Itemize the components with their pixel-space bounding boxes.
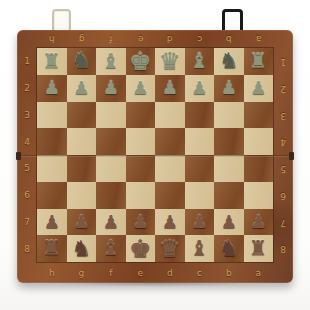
square-a2[interactable]: ♟ — [244, 75, 274, 102]
square-c8[interactable]: ♝ — [185, 235, 215, 262]
hinge-right — [289, 152, 294, 160]
square-e3[interactable] — [126, 102, 156, 129]
piece-white-king-e1[interactable]: ♚ — [129, 49, 151, 74]
square-h4[interactable] — [37, 128, 67, 155]
square-e2[interactable]: ♟ — [126, 75, 156, 102]
piece-black-pawn-h7[interactable]: ♟ — [44, 213, 60, 231]
rank-label-3: 3 — [273, 102, 293, 129]
square-h7[interactable]: ♟ — [37, 209, 67, 236]
file-label-e: e — [126, 30, 156, 48]
square-b7[interactable]: ♟ — [214, 209, 244, 236]
file-label-h: h — [37, 30, 67, 48]
square-h2[interactable]: ♟ — [37, 75, 67, 102]
square-d2[interactable]: ♟ — [155, 75, 185, 102]
square-a5[interactable] — [244, 155, 274, 182]
square-a6[interactable] — [244, 182, 274, 209]
piece-black-pawn-d7[interactable]: ♟ — [162, 213, 178, 231]
square-a7[interactable]: ♟ — [244, 209, 274, 236]
piece-black-knight-b8[interactable]: ♞ — [219, 238, 239, 260]
piece-black-bishop-f8[interactable]: ♝ — [101, 238, 120, 259]
square-h8[interactable]: ♜ — [37, 235, 67, 262]
piece-white-pawn-f2[interactable]: ♟ — [103, 79, 119, 97]
square-c1[interactable]: ♝ — [185, 48, 215, 75]
square-h6[interactable] — [37, 182, 67, 209]
piece-black-pawn-e7[interactable]: ♟ — [132, 213, 148, 231]
rank-label-6: 6 — [273, 182, 293, 209]
square-e1[interactable]: ♚ — [126, 48, 156, 75]
file-label-c: c — [185, 262, 215, 283]
square-g7[interactable]: ♟ — [67, 209, 97, 236]
rank-label-8: 8 — [17, 235, 37, 262]
piece-black-knight-g8[interactable]: ♞ — [71, 238, 91, 260]
piece-black-pawn-c7[interactable]: ♟ — [191, 213, 207, 231]
square-f8[interactable]: ♝ — [96, 235, 126, 262]
file-label-h: h — [37, 262, 67, 283]
piece-white-pawn-d2[interactable]: ♟ — [162, 79, 178, 97]
square-e4[interactable] — [126, 128, 156, 155]
rank-label-4: 4 — [273, 128, 293, 155]
file-label-a: a — [244, 30, 274, 48]
square-c6[interactable] — [185, 182, 215, 209]
square-c3[interactable] — [185, 102, 215, 129]
square-f2[interactable]: ♟ — [96, 75, 126, 102]
square-g1[interactable]: ♞ — [67, 48, 97, 75]
file-label-g: g — [67, 262, 97, 283]
rank-label-8: 8 — [273, 235, 293, 262]
square-d4[interactable] — [155, 128, 185, 155]
file-labels-top: hgfedcba — [37, 30, 273, 48]
file-label-d: d — [155, 30, 185, 48]
file-label-e: e — [126, 262, 156, 283]
square-c2[interactable]: ♟ — [185, 75, 215, 102]
piece-white-knight-g1[interactable]: ♞ — [71, 50, 91, 72]
square-b8[interactable]: ♞ — [214, 235, 244, 262]
square-f6[interactable] — [96, 182, 126, 209]
square-b2[interactable]: ♟ — [214, 75, 244, 102]
rank-label-1: 1 — [17, 48, 37, 75]
piece-white-bishop-c1[interactable]: ♝ — [190, 51, 209, 72]
square-g2[interactable]: ♟ — [67, 75, 97, 102]
square-d6[interactable] — [155, 182, 185, 209]
piece-black-king-e8[interactable]: ♚ — [129, 236, 151, 261]
square-b3[interactable] — [214, 102, 244, 129]
piece-black-pawn-b7[interactable]: ♟ — [221, 213, 237, 231]
file-label-f: f — [96, 30, 126, 48]
square-f1[interactable]: ♝ — [96, 48, 126, 75]
square-b1[interactable]: ♞ — [214, 48, 244, 75]
square-e7[interactable]: ♟ — [126, 209, 156, 236]
rank-label-7: 7 — [17, 209, 37, 236]
rank-label-2: 2 — [17, 75, 37, 102]
square-a8[interactable]: ♜ — [244, 235, 274, 262]
rank-label-3: 3 — [17, 102, 37, 129]
file-label-b: b — [214, 262, 244, 283]
piece-white-pawn-a2[interactable]: ♟ — [250, 79, 266, 97]
rank-label-4: 4 — [17, 128, 37, 155]
square-b4[interactable] — [214, 128, 244, 155]
file-label-b: b — [214, 30, 244, 48]
square-a3[interactable] — [244, 102, 274, 129]
rank-label-7: 7 — [273, 209, 293, 236]
piece-white-rook-h1[interactable]: ♜ — [42, 51, 61, 72]
hinge-left — [16, 152, 21, 160]
piece-black-pawn-f7[interactable]: ♟ — [103, 213, 119, 231]
square-f5[interactable] — [96, 155, 126, 182]
piece-black-pawn-a7[interactable]: ♟ — [250, 213, 266, 231]
file-label-d: d — [155, 262, 185, 283]
playing-area: ♜♞♝♚♛♝♞♜♟♟♟♟♟♟♟♟♟♟♟♟♟♟♟♟♜♞♝♚♛♝♞♜ — [37, 48, 273, 262]
piece-black-rook-h8[interactable]: ♜ — [42, 238, 61, 259]
square-b6[interactable] — [214, 182, 244, 209]
square-f3[interactable] — [96, 102, 126, 129]
square-d1[interactable]: ♛ — [155, 48, 185, 75]
file-label-c: c — [185, 30, 215, 48]
square-h3[interactable] — [37, 102, 67, 129]
piece-white-queen-d1[interactable]: ♛ — [159, 49, 181, 73]
piece-black-pawn-g7[interactable]: ♟ — [73, 213, 89, 231]
piece-white-pawn-h2[interactable]: ♟ — [44, 79, 60, 97]
square-a4[interactable] — [244, 128, 274, 155]
piece-black-queen-d8[interactable]: ♛ — [159, 237, 181, 261]
square-h1[interactable]: ♜ — [37, 48, 67, 75]
square-f7[interactable]: ♟ — [96, 209, 126, 236]
square-d3[interactable] — [155, 102, 185, 129]
piece-white-pawn-e2[interactable]: ♟ — [132, 79, 148, 97]
square-d7[interactable]: ♟ — [155, 209, 185, 236]
piece-white-pawn-g2[interactable]: ♟ — [73, 79, 89, 97]
piece-white-pawn-b2[interactable]: ♟ — [221, 79, 237, 97]
square-a1[interactable]: ♜ — [244, 48, 274, 75]
square-b5[interactable] — [214, 155, 244, 182]
piece-white-bishop-f1[interactable]: ♝ — [101, 51, 120, 72]
square-g5[interactable] — [67, 155, 97, 182]
square-e5[interactable] — [126, 155, 156, 182]
file-label-a: a — [244, 262, 274, 283]
square-e6[interactable] — [126, 182, 156, 209]
rank-label-1: 1 — [273, 48, 293, 75]
file-labels-bottom: hgfedcba — [37, 262, 273, 283]
file-label-g: g — [67, 30, 97, 48]
square-f4[interactable] — [96, 128, 126, 155]
piece-white-rook-a1[interactable]: ♜ — [249, 51, 268, 72]
piece-black-rook-a8[interactable]: ♜ — [249, 238, 268, 259]
file-label-f: f — [96, 262, 126, 283]
square-h5[interactable] — [37, 155, 67, 182]
square-c5[interactable] — [185, 155, 215, 182]
square-e8[interactable]: ♚ — [126, 235, 156, 262]
square-g4[interactable] — [67, 128, 97, 155]
square-c7[interactable]: ♟ — [185, 209, 215, 236]
piece-white-knight-b1[interactable]: ♞ — [219, 50, 239, 72]
square-d5[interactable] — [155, 155, 185, 182]
rank-label-6: 6 — [17, 182, 37, 209]
square-c4[interactable] — [185, 128, 215, 155]
square-g8[interactable]: ♞ — [67, 235, 97, 262]
square-g6[interactable] — [67, 182, 97, 209]
chess-board: hgfedcba hgfedcba 12345678 12345678 ♜♞♝♚… — [17, 30, 293, 283]
square-g3[interactable] — [67, 102, 97, 129]
piece-black-bishop-c8[interactable]: ♝ — [190, 238, 209, 259]
square-d8[interactable]: ♛ — [155, 235, 185, 262]
piece-white-pawn-c2[interactable]: ♟ — [191, 79, 207, 97]
rank-label-2: 2 — [273, 75, 293, 102]
